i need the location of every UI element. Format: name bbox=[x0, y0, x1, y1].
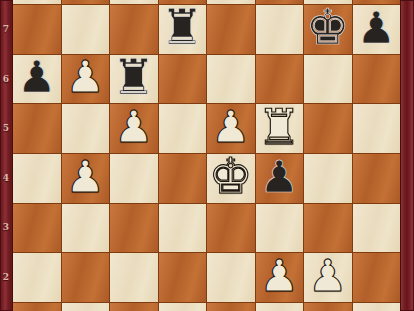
square-g2[interactable]: ♟ bbox=[304, 253, 352, 302]
white-pawn-f2: ♟ bbox=[256, 253, 304, 302]
black-pawn-a6: ♟ bbox=[13, 55, 61, 104]
square-h2[interactable] bbox=[353, 253, 401, 302]
square-c8[interactable] bbox=[110, 0, 158, 4]
rank-label-3: 3 bbox=[0, 222, 12, 232]
square-e1[interactable] bbox=[207, 303, 255, 311]
square-f6[interactable] bbox=[256, 55, 304, 104]
white-rook-f5: ♜ bbox=[256, 104, 304, 153]
rank-label-6: 6 bbox=[0, 74, 12, 84]
square-e4[interactable]: ♚ bbox=[207, 154, 255, 203]
square-b3[interactable] bbox=[62, 204, 110, 253]
square-g6[interactable] bbox=[304, 55, 352, 104]
white-king-e4: ♚ bbox=[207, 154, 255, 203]
square-d2[interactable] bbox=[159, 253, 207, 302]
white-pawn-g2: ♟ bbox=[304, 253, 352, 302]
black-pawn-f4: ♟ bbox=[256, 154, 304, 203]
square-c6[interactable]: ♜ bbox=[110, 55, 158, 104]
square-f1[interactable] bbox=[256, 303, 304, 311]
square-h1[interactable] bbox=[353, 303, 401, 311]
square-d5[interactable] bbox=[159, 104, 207, 153]
square-e8[interactable] bbox=[207, 0, 255, 4]
square-c3[interactable] bbox=[110, 204, 158, 253]
square-d1[interactable] bbox=[159, 303, 207, 311]
square-c4[interactable] bbox=[110, 154, 158, 203]
square-b6[interactable]: ♟ bbox=[62, 55, 110, 104]
square-e5[interactable]: ♟ bbox=[207, 104, 255, 153]
square-e2[interactable] bbox=[207, 253, 255, 302]
square-h3[interactable] bbox=[353, 204, 401, 253]
square-c2[interactable] bbox=[110, 253, 158, 302]
white-pawn-b4: ♟ bbox=[62, 154, 110, 203]
square-f7[interactable] bbox=[256, 5, 304, 54]
square-g4[interactable] bbox=[304, 154, 352, 203]
square-d4[interactable] bbox=[159, 154, 207, 203]
chess-board: ♜♚♟♟♟♜♟♟♜♟♚♟♟♟ bbox=[13, 0, 400, 311]
rank-label-7: 7 bbox=[0, 24, 12, 34]
square-b5[interactable] bbox=[62, 104, 110, 153]
square-f5[interactable]: ♜ bbox=[256, 104, 304, 153]
square-c7[interactable] bbox=[110, 5, 158, 54]
square-b2[interactable] bbox=[62, 253, 110, 302]
square-a4[interactable] bbox=[13, 154, 61, 203]
square-h6[interactable] bbox=[353, 55, 401, 104]
black-rook-c6: ♜ bbox=[110, 55, 158, 104]
square-c1[interactable] bbox=[110, 303, 158, 311]
square-g1[interactable] bbox=[304, 303, 352, 311]
square-f2[interactable]: ♟ bbox=[256, 253, 304, 302]
square-e6[interactable] bbox=[207, 55, 255, 104]
square-d3[interactable] bbox=[159, 204, 207, 253]
black-pawn-h7: ♟ bbox=[353, 5, 401, 54]
square-e7[interactable] bbox=[207, 5, 255, 54]
square-d7[interactable]: ♜ bbox=[159, 5, 207, 54]
square-h5[interactable] bbox=[353, 104, 401, 153]
black-king-g7: ♚ bbox=[304, 5, 352, 54]
square-b7[interactable] bbox=[62, 5, 110, 54]
white-pawn-e5: ♟ bbox=[207, 104, 255, 153]
square-a7[interactable] bbox=[13, 5, 61, 54]
rank-label-4: 4 bbox=[0, 173, 12, 183]
square-a2[interactable] bbox=[13, 253, 61, 302]
square-h4[interactable] bbox=[353, 154, 401, 203]
square-a3[interactable] bbox=[13, 204, 61, 253]
rank-label-5: 5 bbox=[0, 123, 12, 133]
white-pawn-b6: ♟ bbox=[62, 55, 110, 104]
square-b8[interactable] bbox=[62, 0, 110, 4]
square-a6[interactable]: ♟ bbox=[13, 55, 61, 104]
square-h7[interactable]: ♟ bbox=[353, 5, 401, 54]
square-f4[interactable]: ♟ bbox=[256, 154, 304, 203]
square-f3[interactable] bbox=[256, 204, 304, 253]
square-g3[interactable] bbox=[304, 204, 352, 253]
square-b1[interactable] bbox=[62, 303, 110, 311]
square-a8[interactable] bbox=[13, 0, 61, 4]
square-g5[interactable] bbox=[304, 104, 352, 153]
square-d6[interactable] bbox=[159, 55, 207, 104]
square-g7[interactable]: ♚ bbox=[304, 5, 352, 54]
white-pawn-c5: ♟ bbox=[110, 104, 158, 153]
rank-label-2: 2 bbox=[0, 272, 12, 282]
square-e3[interactable] bbox=[207, 204, 255, 253]
black-rook-d7: ♜ bbox=[159, 5, 207, 54]
square-b4[interactable]: ♟ bbox=[62, 154, 110, 203]
square-a5[interactable] bbox=[13, 104, 61, 153]
board-frame: ♜♚♟♟♟♜♟♟♜♟♚♟♟♟ 7 6 5 4 3 2 bbox=[0, 0, 414, 311]
square-a1[interactable] bbox=[13, 303, 61, 311]
square-f8[interactable] bbox=[256, 0, 304, 4]
square-c5[interactable]: ♟ bbox=[110, 104, 158, 153]
